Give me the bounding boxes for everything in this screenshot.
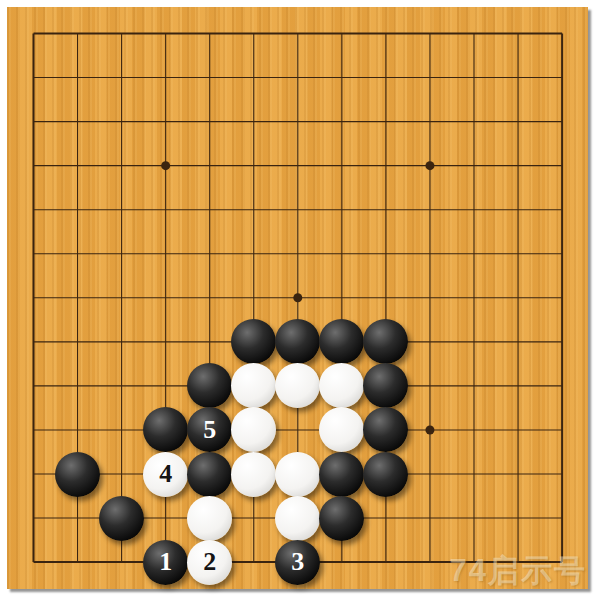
black-stone: [363, 452, 408, 497]
star-point: [161, 161, 170, 170]
white-stone-move-2: 2: [187, 540, 232, 585]
black-stone: [187, 452, 232, 497]
white-stone: [275, 496, 320, 541]
black-stone-move-3: 3: [275, 540, 320, 585]
white-stone: [275, 452, 320, 497]
star-point: [425, 161, 434, 170]
go-diagram: 54123 74启示号: [0, 0, 600, 600]
star-point: [425, 425, 434, 434]
star-point: [293, 293, 302, 302]
go-board: 54123: [7, 7, 588, 589]
black-stone: [55, 452, 100, 497]
black-stone: [99, 496, 144, 541]
white-stone: [187, 496, 232, 541]
black-stone-move-1: 1: [143, 540, 188, 585]
white-stone-move-4: 4: [143, 452, 188, 497]
black-stone: [319, 496, 364, 541]
white-stone: [231, 452, 276, 497]
black-stone: [319, 452, 364, 497]
